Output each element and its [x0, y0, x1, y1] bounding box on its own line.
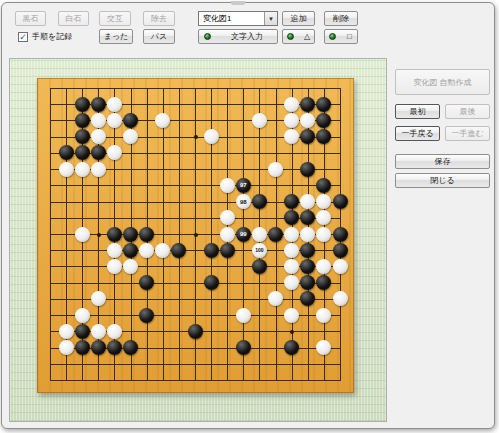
triangle-icon: △	[300, 32, 314, 41]
black-stone[interactable]	[316, 275, 331, 290]
white-stone[interactable]	[155, 113, 170, 128]
white-stone[interactable]	[268, 162, 283, 177]
black-stone[interactable]	[75, 324, 90, 339]
white-stone[interactable]	[91, 162, 106, 177]
white-stone[interactable]	[220, 210, 235, 225]
white-stone[interactable]	[252, 113, 267, 128]
white-stone[interactable]	[252, 227, 267, 242]
black-stone[interactable]	[333, 227, 348, 242]
white-stone[interactable]	[284, 275, 299, 290]
black-stone[interactable]	[316, 113, 331, 128]
variation-dropdown[interactable]: 変化図1 ▼	[198, 11, 278, 26]
black-stone[interactable]	[252, 194, 267, 209]
white-stone[interactable]	[139, 243, 154, 258]
black-stone[interactable]	[333, 194, 348, 209]
delete-button[interactable]: 削除	[324, 11, 358, 26]
window-notch	[231, 1, 245, 5]
black-stone[interactable]	[123, 243, 138, 258]
white-stone[interactable]: 100	[252, 243, 267, 258]
star-point	[290, 330, 294, 334]
black-stone[interactable]	[75, 113, 90, 128]
first-move-button[interactable]: 最初	[395, 104, 440, 119]
green-led-icon	[329, 33, 336, 40]
text-input-label: 文字入力	[217, 31, 277, 42]
black-stone[interactable]	[300, 210, 315, 225]
white-stone[interactable]	[107, 324, 122, 339]
alternate-label: 交互	[107, 13, 123, 24]
white-stone[interactable]	[284, 227, 299, 242]
black-stone[interactable]	[75, 129, 90, 144]
forward-one-label: 一手進む	[451, 128, 483, 139]
white-stone-label: 白石	[66, 13, 82, 24]
board-background: 979899100	[9, 58, 387, 422]
black-stone[interactable]	[300, 291, 315, 306]
record-moves-checkbox[interactable]: ✓	[18, 32, 28, 42]
forward-one-move-button[interactable]: 一手進む	[445, 126, 490, 141]
back-one-label: 一手戻る	[401, 128, 433, 139]
black-stone[interactable]	[91, 340, 106, 355]
save-label: 保存	[435, 156, 451, 167]
white-stone[interactable]	[316, 308, 331, 323]
white-stone[interactable]	[75, 162, 90, 177]
alternate-button[interactable]: 交互	[99, 11, 131, 26]
chevron-down-icon[interactable]: ▼	[264, 12, 277, 25]
white-stone[interactable]	[91, 324, 106, 339]
black-stone[interactable]	[139, 275, 154, 290]
black-stone-button[interactable]: 黒石	[15, 11, 46, 26]
white-stone[interactable]	[59, 340, 74, 355]
grid-line	[50, 380, 341, 381]
white-stone[interactable]	[91, 129, 106, 144]
white-stone[interactable]	[123, 129, 138, 144]
undo-label: まった	[104, 31, 129, 42]
black-stone[interactable]	[59, 145, 74, 160]
white-stone[interactable]	[300, 113, 315, 128]
black-stone[interactable]	[300, 243, 315, 258]
white-stone[interactable]	[333, 291, 348, 306]
white-stone[interactable]	[236, 308, 251, 323]
black-stone[interactable]	[91, 145, 106, 160]
delete-label: 削除	[333, 13, 349, 24]
green-led-icon	[287, 33, 294, 40]
check-icon: ✓	[19, 32, 27, 42]
white-stone[interactable]	[204, 129, 219, 144]
move-number-label: 98	[240, 199, 247, 205]
pass-label: パス	[151, 31, 167, 42]
black-stone[interactable]	[333, 243, 348, 258]
black-stone[interactable]	[300, 162, 315, 177]
black-stone[interactable]	[300, 97, 315, 112]
black-stone[interactable]	[284, 194, 299, 209]
black-stone[interactable]	[204, 243, 219, 258]
variation-dropdown-value: 変化図1	[199, 13, 264, 24]
black-stone[interactable]	[107, 227, 122, 242]
white-stone[interactable]	[333, 259, 348, 274]
black-stone[interactable]	[171, 243, 186, 258]
white-stone[interactable]	[59, 162, 74, 177]
white-stone[interactable]	[107, 113, 122, 128]
black-stone[interactable]: 97	[236, 178, 251, 193]
move-number-label: 100	[255, 247, 263, 253]
white-stone[interactable]	[75, 227, 90, 242]
black-stone[interactable]	[188, 324, 203, 339]
remove-label: 除去	[151, 13, 167, 24]
black-stone-label: 黒石	[23, 13, 39, 24]
white-stone[interactable]	[316, 227, 331, 242]
undo-button[interactable]: まった	[99, 29, 133, 44]
black-stone[interactable]	[300, 259, 315, 274]
black-stone[interactable]: 99	[236, 227, 251, 242]
white-stone[interactable]	[316, 259, 331, 274]
back-one-move-button[interactable]: 一手戻る	[395, 126, 440, 141]
white-stone[interactable]	[107, 259, 122, 274]
square-icon: □	[342, 32, 357, 41]
black-stone[interactable]	[75, 340, 90, 355]
white-stone[interactable]	[316, 210, 331, 225]
black-stone[interactable]	[139, 227, 154, 242]
black-stone[interactable]	[139, 308, 154, 323]
close-label: 閉じる	[430, 175, 454, 186]
black-stone[interactable]	[300, 129, 315, 144]
close-button[interactable]: 閉じる	[395, 173, 490, 188]
black-stone[interactable]	[284, 210, 299, 225]
last-move-button[interactable]: 最後	[445, 104, 490, 119]
first-label: 最初	[410, 106, 426, 117]
white-stone[interactable]	[220, 178, 235, 193]
black-stone[interactable]	[75, 145, 90, 160]
black-stone[interactable]	[204, 275, 219, 290]
white-stone[interactable]	[91, 113, 106, 128]
black-stone[interactable]	[236, 340, 251, 355]
black-stone[interactable]	[123, 227, 138, 242]
white-stone[interactable]: 98	[236, 194, 251, 209]
white-stone[interactable]	[284, 243, 299, 258]
text-input-button[interactable]: 文字入力	[198, 29, 278, 44]
add-button[interactable]: 追加	[282, 11, 315, 26]
black-stone[interactable]	[284, 340, 299, 355]
star-point	[97, 233, 101, 237]
auto-create-variation-button[interactable]: 変化図 自動作成	[395, 69, 490, 95]
pass-button[interactable]: パス	[143, 29, 175, 44]
black-stone[interactable]	[91, 97, 106, 112]
record-moves-label: 手順を記録	[32, 31, 72, 42]
white-stone[interactable]	[316, 194, 331, 209]
black-stone[interactable]	[107, 340, 122, 355]
star-point	[194, 135, 198, 139]
black-stone[interactable]	[123, 113, 138, 128]
white-stone[interactable]	[300, 194, 315, 209]
remove-button[interactable]: 除去	[143, 11, 175, 26]
go-editor-window: 黒石 白石 交互 除去 変化図1 ▼ 追加 削除 ✓ 手順を記録 まった パス …	[1, 2, 495, 429]
white-stone[interactable]	[59, 324, 74, 339]
board-grid[interactable]: 979899100	[50, 88, 341, 381]
white-stone[interactable]	[123, 259, 138, 274]
white-stone[interactable]	[220, 227, 235, 242]
white-stone[interactable]	[155, 243, 170, 258]
star-point	[194, 233, 198, 237]
white-stone[interactable]	[284, 129, 299, 144]
black-stone[interactable]	[220, 243, 235, 258]
black-stone[interactable]	[316, 129, 331, 144]
move-number-label: 97	[240, 182, 247, 188]
square-mark-button[interactable]: □	[324, 29, 358, 44]
white-stone[interactable]	[300, 227, 315, 242]
black-stone[interactable]	[300, 275, 315, 290]
white-stone[interactable]	[284, 308, 299, 323]
record-moves-row: ✓ 手順を記録	[18, 31, 72, 42]
last-label: 最後	[460, 106, 476, 117]
green-led-icon	[204, 33, 211, 40]
go-board[interactable]: 979899100	[37, 78, 354, 393]
white-stone[interactable]	[284, 113, 299, 128]
black-stone[interactable]	[75, 97, 90, 112]
save-button[interactable]: 保存	[395, 154, 490, 169]
white-stone-button[interactable]: 白石	[58, 11, 89, 26]
white-stone[interactable]	[107, 243, 122, 258]
white-stone[interactable]	[268, 291, 283, 306]
auto-create-label: 変化図 自動作成	[413, 77, 471, 88]
white-stone[interactable]	[75, 308, 90, 323]
black-stone[interactable]	[316, 97, 331, 112]
white-stone[interactable]	[284, 259, 299, 274]
white-stone[interactable]	[107, 97, 122, 112]
black-stone[interactable]	[268, 227, 283, 242]
black-stone[interactable]	[123, 340, 138, 355]
white-stone[interactable]	[91, 291, 106, 306]
add-label: 追加	[291, 13, 307, 24]
black-stone[interactable]	[252, 259, 267, 274]
triangle-mark-button[interactable]: △	[282, 29, 315, 44]
move-number-label: 99	[240, 231, 247, 237]
black-stone[interactable]	[316, 178, 331, 193]
white-stone[interactable]	[107, 145, 122, 160]
white-stone[interactable]	[284, 97, 299, 112]
grid-line	[50, 364, 341, 365]
white-stone[interactable]	[316, 340, 331, 355]
